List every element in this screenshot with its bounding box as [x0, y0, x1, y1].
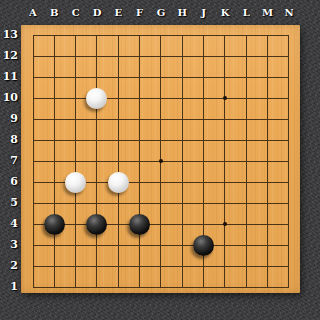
col-label-F: F [129, 6, 151, 20]
col-label-H: H [171, 6, 193, 20]
col-label-N: N [278, 6, 300, 20]
row-label-8: 8 [0, 132, 18, 148]
row-label-6: 6 [0, 174, 18, 190]
star-point-G7 [159, 159, 163, 163]
row-label-13: 13 [0, 27, 18, 43]
black-stone-J3[interactable] [193, 235, 214, 256]
col-label-K: K [214, 6, 236, 20]
row-label-7: 7 [0, 153, 18, 169]
white-stone-E6[interactable] [108, 172, 129, 193]
row-label-5: 5 [0, 195, 18, 211]
col-label-J: J [193, 6, 215, 20]
col-label-D: D [86, 6, 108, 20]
row-label-2: 2 [0, 258, 18, 274]
col-label-E: E [107, 6, 129, 20]
white-stone-C6[interactable] [65, 172, 86, 193]
col-label-L: L [235, 6, 257, 20]
star-point-K4 [223, 222, 227, 226]
row-label-3: 3 [0, 237, 18, 253]
black-stone-F4[interactable] [129, 214, 150, 235]
row-label-4: 4 [0, 216, 18, 232]
col-label-C: C [65, 6, 87, 20]
col-label-G: G [150, 6, 172, 20]
row-label-9: 9 [0, 111, 18, 127]
col-label-A: A [22, 6, 44, 20]
col-label-B: B [43, 6, 65, 20]
row-label-1: 1 [0, 279, 18, 295]
row-label-12: 12 [0, 48, 18, 64]
star-point-K10 [223, 96, 227, 100]
row-label-10: 10 [0, 90, 18, 106]
white-stone-D10[interactable] [86, 88, 107, 109]
black-stone-B4[interactable] [44, 214, 65, 235]
go-board-diagram: ABCDEFGHJKLMN13121110987654321 [0, 0, 320, 320]
col-label-M: M [257, 6, 279, 20]
row-label-11: 11 [0, 69, 18, 85]
black-stone-D4[interactable] [86, 214, 107, 235]
